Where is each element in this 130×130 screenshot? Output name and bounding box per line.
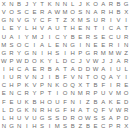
grid-cell-r15c5[interactable]: U — [31, 114, 39, 122]
grid-cell-r13c11[interactable]: I — [76, 98, 84, 106]
grid-cell-r4c3[interactable]: Y — [15, 24, 23, 32]
grid-cell-r7c3[interactable]: Y — [15, 49, 23, 57]
grid-cell-r6c12[interactable]: N — [84, 41, 92, 49]
grid-cell-r3c6[interactable]: C — [38, 16, 46, 24]
grid-cell-r11c13[interactable]: B — [92, 81, 100, 89]
grid-cell-r3c13[interactable]: U — [92, 16, 100, 24]
grid-cell-r8c6[interactable]: K — [38, 57, 46, 65]
grid-cell-r15c6[interactable]: G — [38, 114, 46, 122]
grid-cell-r8c15[interactable]: J — [107, 57, 115, 65]
grid-cell-r8c16[interactable]: A — [115, 57, 123, 65]
grid-cell-r10c17[interactable]: I — [122, 73, 130, 81]
grid-cell-r2c2[interactable]: O — [8, 8, 16, 16]
grid-cell-r3c5[interactable]: Y — [31, 16, 39, 24]
grid-cell-r16c11[interactable]: Z — [76, 122, 84, 130]
grid-cell-r11c16[interactable]: R — [115, 81, 123, 89]
grid-cell-r9c2[interactable]: H — [8, 65, 16, 73]
grid-cell-r8c14[interactable]: J — [99, 57, 107, 65]
grid-cell-r7c12[interactable]: G — [84, 49, 92, 57]
grid-cell-r8c2[interactable]: P — [8, 57, 16, 65]
grid-cell-r11c17[interactable]: E — [122, 81, 130, 89]
grid-cell-r8c12[interactable]: V — [84, 57, 92, 65]
grid-cell-r9c16[interactable]: U — [115, 65, 123, 73]
grid-cell-r3c14[interactable]: R — [99, 16, 107, 24]
grid-cell-r6c6[interactable]: A — [38, 41, 46, 49]
grid-cell-r5c8[interactable]: C — [54, 33, 62, 41]
grid-cell-r9c4[interactable]: A — [23, 65, 31, 73]
grid-cell-r6c14[interactable]: E — [99, 41, 107, 49]
grid-cell-r7c4[interactable]: G — [23, 49, 31, 57]
grid-cell-r6c7[interactable]: L — [46, 41, 54, 49]
grid-cell-r5c1[interactable]: U — [0, 33, 8, 41]
grid-cell-r3c12[interactable]: S — [84, 16, 92, 24]
grid-cell-r12c14[interactable]: U — [99, 89, 107, 97]
grid-cell-r6c16[interactable]: I — [115, 41, 123, 49]
grid-cell-r4c15[interactable]: C — [107, 24, 115, 32]
grid-cell-r7c2[interactable]: R — [8, 49, 16, 57]
grid-cell-r3c11[interactable]: M — [76, 16, 84, 24]
grid-cell-r13c10[interactable]: N — [69, 98, 77, 106]
grid-cell-r3c7[interactable]: F — [46, 16, 54, 24]
grid-cell-r15c16[interactable]: P — [115, 114, 123, 122]
grid-cell-r13c14[interactable]: A — [99, 98, 107, 106]
grid-cell-r12c3[interactable]: C — [15, 89, 23, 97]
grid-cell-r2c11[interactable]: S — [76, 8, 84, 16]
grid-cell-r3c10[interactable]: X — [69, 16, 77, 24]
grid-cell-r10c11[interactable]: N — [76, 73, 84, 81]
grid-cell-r1c11[interactable]: J — [76, 0, 84, 8]
grid-cell-r12c1[interactable]: E — [0, 89, 8, 97]
grid-cell-r14c5[interactable]: N — [31, 106, 39, 114]
grid-cell-r15c1[interactable]: L — [0, 114, 8, 122]
grid-cell-r15c4[interactable]: V — [23, 114, 31, 122]
grid-cell-r12c16[interactable]: M — [115, 89, 123, 97]
grid-cell-r5c12[interactable]: R — [84, 33, 92, 41]
grid-cell-r2c14[interactable]: R — [99, 8, 107, 16]
grid-cell-r1c5[interactable]: Y — [31, 0, 39, 8]
grid-cell-r15c11[interactable]: O — [76, 114, 84, 122]
grid-cell-r2c9[interactable]: M — [61, 8, 69, 16]
grid-cell-r3c9[interactable]: Z — [61, 16, 69, 24]
word-search-grid: XNBJYTKNNLJKOARBGVOSCERAWMOSNARHBXGNVGYC… — [0, 0, 130, 130]
grid-cell-r15c7[interactable]: S — [46, 114, 54, 122]
grid-cell-r2c6[interactable]: R — [38, 8, 46, 16]
grid-cell-r1c9[interactable]: N — [61, 0, 69, 8]
grid-cell-r13c13[interactable]: B — [92, 98, 100, 106]
grid-cell-r8c11[interactable]: J — [76, 57, 84, 65]
grid-cell-r5c7[interactable]: I — [46, 33, 54, 41]
grid-cell-r15c2[interactable]: H — [8, 114, 16, 122]
grid-cell-r14c14[interactable]: F — [99, 106, 107, 114]
grid-cell-r2c8[interactable]: W — [54, 8, 62, 16]
grid-cell-r7c1[interactable]: G — [0, 49, 8, 57]
grid-cell-r16c9[interactable]: S — [61, 122, 69, 130]
grid-cell-r13c2[interactable]: E — [8, 98, 16, 106]
grid-cell-r6c8[interactable]: E — [54, 41, 62, 49]
grid-cell-r8c17[interactable]: R — [122, 57, 130, 65]
grid-cell-r13c17[interactable]: D — [122, 98, 130, 106]
grid-cell-r12c2[interactable]: N — [8, 89, 16, 97]
grid-cell-r16c5[interactable]: H — [31, 122, 39, 130]
grid-cell-r1c10[interactable]: L — [69, 0, 77, 8]
grid-cell-r16c13[interactable]: E — [92, 122, 100, 130]
grid-cell-r15c14[interactable]: S — [99, 114, 107, 122]
grid-cell-r2c1[interactable]: V — [0, 8, 8, 16]
grid-cell-r16c14[interactable]: C — [99, 122, 107, 130]
grid-cell-r11c9[interactable]: O — [61, 81, 69, 89]
grid-cell-r10c14[interactable]: Q — [99, 73, 107, 81]
grid-cell-r4c7[interactable]: A — [46, 24, 54, 32]
grid-cell-r7c8[interactable]: S — [54, 49, 62, 57]
grid-cell-r7c9[interactable]: I — [61, 49, 69, 57]
grid-cell-r3c15[interactable]: I — [107, 16, 115, 24]
grid-cell-r6c3[interactable]: O — [15, 41, 23, 49]
grid-cell-r2c15[interactable]: H — [107, 8, 115, 16]
grid-cell-r10c1[interactable]: I — [0, 73, 8, 81]
grid-cell-r12c7[interactable]: T — [46, 89, 54, 97]
grid-cell-r8c1[interactable]: W — [0, 57, 8, 65]
grid-cell-r10c3[interactable]: R — [15, 73, 23, 81]
grid-cell-r10c13[interactable]: O — [92, 73, 100, 81]
grid-cell-r15c13[interactable]: S — [92, 114, 100, 122]
grid-cell-r12c6[interactable]: P — [38, 89, 46, 97]
grid-cell-r8c4[interactable]: D — [23, 57, 31, 65]
grid-cell-r10c7[interactable]: I — [46, 73, 54, 81]
grid-cell-r12c9[interactable]: O — [61, 89, 69, 97]
grid-cell-r14c10[interactable]: H — [69, 106, 77, 114]
grid-cell-r10c10[interactable]: V — [69, 73, 77, 81]
grid-cell-r9c17[interactable]: L — [122, 65, 130, 73]
grid-cell-r9c9[interactable]: T — [61, 65, 69, 73]
grid-cell-r14c9[interactable]: F — [61, 106, 69, 114]
grid-cell-r16c3[interactable]: N — [15, 122, 23, 130]
grid-cell-r13c3[interactable]: U — [15, 98, 23, 106]
grid-cell-r5c13[interactable]: S — [92, 33, 100, 41]
grid-cell-r12c13[interactable]: P — [92, 89, 100, 97]
grid-cell-r11c6[interactable]: P — [38, 81, 46, 89]
grid-cell-r11c3[interactable]: P — [15, 81, 23, 89]
grid-cell-r2c16[interactable]: B — [115, 8, 123, 16]
grid-cell-r13c1[interactable]: F — [0, 98, 8, 106]
grid-cell-r8c3[interactable]: W — [15, 57, 23, 65]
grid-cell-r5c3[interactable]: I — [15, 33, 23, 41]
grid-cell-r9c13[interactable]: W — [92, 65, 100, 73]
grid-cell-r7c6[interactable]: I — [38, 49, 46, 57]
grid-cell-r5c6[interactable]: J — [38, 33, 46, 41]
grid-cell-r8c5[interactable]: O — [31, 57, 39, 65]
grid-cell-r13c9[interactable]: F — [61, 98, 69, 106]
grid-cell-r6c5[interactable]: I — [31, 41, 39, 49]
grid-cell-r4c1[interactable]: L — [0, 24, 8, 32]
grid-cell-r4c13[interactable]: T — [92, 24, 100, 32]
grid-cell-r4c9[interactable]: T — [61, 24, 69, 32]
grid-cell-r8c13[interactable]: W — [92, 57, 100, 65]
grid-cell-r2c12[interactable]: N — [84, 8, 92, 16]
grid-cell-r13c5[interactable]: B — [31, 98, 39, 106]
grid-cell-r1c16[interactable]: B — [115, 0, 123, 8]
grid-cell-r6c1[interactable]: M — [0, 41, 8, 49]
grid-cell-r8c10[interactable]: C — [69, 57, 77, 65]
grid-cell-r6c17[interactable]: N — [122, 41, 130, 49]
grid-cell-r4c6[interactable]: V — [38, 24, 46, 32]
grid-cell-r12c12[interactable]: R — [84, 89, 92, 97]
grid-cell-r10c8[interactable]: B — [54, 73, 62, 81]
grid-cell-r14c6[interactable]: R — [38, 106, 46, 114]
grid-cell-r13c7[interactable]: O — [46, 98, 54, 106]
grid-cell-r7c5[interactable]: N — [31, 49, 39, 57]
grid-cell-r6c13[interactable]: E — [92, 41, 100, 49]
grid-cell-r8c9[interactable]: D — [61, 57, 69, 65]
grid-cell-r4c10[interactable]: H — [69, 24, 77, 32]
grid-cell-r11c2[interactable]: H — [8, 81, 16, 89]
grid-cell-r16c2[interactable]: G — [8, 122, 16, 130]
grid-cell-r9c7[interactable]: B — [46, 65, 54, 73]
grid-cell-r11c8[interactable]: K — [54, 81, 62, 89]
grid-cell-r16c16[interactable]: R — [115, 122, 123, 130]
grid-cell-r13c6[interactable]: H — [38, 98, 46, 106]
grid-cell-r1c6[interactable]: T — [38, 0, 46, 8]
grid-cell-r8c8[interactable]: L — [54, 57, 62, 65]
grid-cell-r9c10[interactable]: A — [69, 65, 77, 73]
grid-cell-r9c12[interactable]: D — [84, 65, 92, 73]
grid-cell-r4c16[interactable]: A — [115, 24, 123, 32]
grid-cell-r5c15[interactable]: C — [107, 33, 115, 41]
grid-cell-r11c14[interactable]: F — [99, 81, 107, 89]
grid-cell-r14c8[interactable]: G — [54, 106, 62, 114]
grid-cell-r11c11[interactable]: X — [76, 81, 84, 89]
grid-cell-r4c14[interactable]: I — [99, 24, 107, 32]
grid-cell-r15c10[interactable]: R — [69, 114, 77, 122]
grid-cell-r12c17[interactable]: O — [122, 89, 130, 97]
grid-cell-r13c8[interactable]: U — [54, 98, 62, 106]
grid-cell-r14c12[interactable]: T — [84, 106, 92, 114]
grid-cell-r10c2[interactable]: U — [8, 73, 16, 81]
grid-cell-r5c10[interactable]: B — [69, 33, 77, 41]
grid-cell-r12c8[interactable]: I — [54, 89, 62, 97]
grid-cell-r16c1[interactable]: N — [0, 122, 8, 130]
grid-cell-r9c11[interactable]: D — [76, 65, 84, 73]
grid-cell-r12c15[interactable]: V — [107, 89, 115, 97]
grid-cell-r15c12[interactable]: W — [84, 114, 92, 122]
grid-cell-r7c14[interactable]: M — [99, 49, 107, 57]
grid-cell-r3c17[interactable]: I — [122, 16, 130, 24]
grid-cell-r14c17[interactable]: R — [122, 106, 130, 114]
grid-cell-r2c3[interactable]: S — [15, 8, 23, 16]
grid-cell-r13c4[interactable]: K — [23, 98, 31, 106]
grid-cell-r12c11[interactable]: M — [76, 89, 84, 97]
grid-cell-r15c8[interactable]: S — [54, 114, 62, 122]
grid-cell-r3c2[interactable]: N — [8, 16, 16, 24]
grid-cell-r11c7[interactable]: N — [46, 81, 54, 89]
grid-cell-r7c13[interactable]: R — [92, 49, 100, 57]
grid-cell-r14c11[interactable]: A — [76, 106, 84, 114]
grid-cell-r2c10[interactable]: O — [69, 8, 77, 16]
grid-cell-r1c3[interactable]: B — [15, 0, 23, 8]
grid-cell-r10c9[interactable]: F — [61, 73, 69, 81]
grid-cell-r1c8[interactable]: N — [54, 0, 62, 8]
grid-cell-r1c1[interactable]: X — [0, 0, 8, 8]
grid-cell-r14c1[interactable]: L — [0, 106, 8, 114]
grid-cell-r4c12[interactable]: N — [84, 24, 92, 32]
grid-cell-r3c8[interactable]: T — [54, 16, 62, 24]
grid-cell-r3c4[interactable]: G — [23, 16, 31, 24]
grid-cell-r3c1[interactable]: G — [0, 16, 8, 24]
grid-cell-r14c4[interactable]: K — [23, 106, 31, 114]
grid-cell-r4c5[interactable]: H — [31, 24, 39, 32]
grid-cell-r4c2[interactable]: E — [8, 24, 16, 32]
grid-cell-r7c16[interactable]: W — [115, 49, 123, 57]
grid-cell-r12c4[interactable]: R — [23, 89, 31, 97]
grid-cell-r5c17[interactable]: R — [122, 33, 130, 41]
grid-cell-r2c5[interactable]: E — [31, 8, 39, 16]
grid-cell-r3c16[interactable]: V — [115, 16, 123, 24]
grid-cell-r1c12[interactable]: K — [84, 0, 92, 8]
grid-cell-r10c16[interactable]: Y — [115, 73, 123, 81]
grid-cell-r14c16[interactable]: W — [115, 106, 123, 114]
grid-cell-r6c10[interactable]: G — [69, 41, 77, 49]
grid-cell-r14c7[interactable]: H — [46, 106, 54, 114]
grid-cell-r12c10[interactable]: N — [69, 89, 77, 97]
grid-cell-r5c11[interactable]: E — [76, 33, 84, 41]
grid-cell-r7c11[interactable]: P — [76, 49, 84, 57]
grid-cell-r1c7[interactable]: K — [46, 0, 54, 8]
grid-cell-r13c16[interactable]: E — [115, 98, 123, 106]
grid-cell-r10c6[interactable]: J — [38, 73, 46, 81]
grid-cell-r2c13[interactable]: A — [92, 8, 100, 16]
grid-cell-r5c16[interactable]: U — [115, 33, 123, 41]
grid-cell-r15c3[interactable]: U — [15, 114, 23, 122]
grid-cell-r9c1[interactable]: I — [0, 65, 8, 73]
grid-cell-r13c12[interactable]: Z — [84, 98, 92, 106]
grid-cell-r9c8[interactable]: A — [54, 65, 62, 73]
grid-cell-r1c2[interactable]: N — [8, 0, 16, 8]
grid-cell-r2c7[interactable]: A — [46, 8, 54, 16]
grid-cell-r11c5[interactable]: V — [31, 81, 39, 89]
grid-cell-r4c17[interactable]: T — [122, 24, 130, 32]
grid-cell-r13c15[interactable]: K — [107, 98, 115, 106]
grid-cell-r16c15[interactable]: P — [107, 122, 115, 130]
grid-cell-r3c3[interactable]: V — [15, 16, 23, 24]
grid-cell-r16c12[interactable]: B — [84, 122, 92, 130]
grid-cell-r14c3[interactable]: G — [15, 106, 23, 114]
grid-cell-r12c5[interactable]: Y — [31, 89, 39, 97]
grid-cell-r10c15[interactable]: A — [107, 73, 115, 81]
grid-cell-r6c4[interactable]: C — [23, 41, 31, 49]
grid-cell-r1c15[interactable]: R — [107, 0, 115, 8]
grid-cell-r11c12[interactable]: T — [84, 81, 92, 89]
grid-cell-r2c4[interactable]: C — [23, 8, 31, 16]
grid-cell-r9c15[interactable]: I — [107, 65, 115, 73]
grid-cell-r6c15[interactable]: R — [107, 41, 115, 49]
grid-cell-r5c14[interactable]: E — [99, 33, 107, 41]
grid-cell-r16c4[interactable]: I — [23, 122, 31, 130]
grid-cell-r4c4[interactable]: L — [23, 24, 31, 32]
grid-cell-r11c1[interactable]: C — [0, 81, 8, 89]
grid-cell-r7c7[interactable]: H — [46, 49, 54, 57]
grid-cell-r6c11[interactable]: I — [76, 41, 84, 49]
grid-cell-r7c10[interactable]: H — [69, 49, 77, 57]
grid-cell-r5c5[interactable]: M — [31, 33, 39, 41]
grid-cell-r11c15[interactable]: I — [107, 81, 115, 89]
grid-cell-r15c9[interactable]: D — [61, 114, 69, 122]
grid-cell-r6c9[interactable]: N — [61, 41, 69, 49]
grid-cell-r7c17[interactable]: Z — [122, 49, 130, 57]
grid-cell-r5c4[interactable]: Y — [23, 33, 31, 41]
grid-cell-r1c4[interactable]: J — [23, 0, 31, 8]
grid-cell-r15c15[interactable]: A — [107, 114, 115, 122]
grid-cell-r10c4[interactable]: V — [23, 73, 31, 81]
grid-cell-r16c7[interactable]: I — [46, 122, 54, 130]
grid-cell-r9c3[interactable]: C — [15, 65, 23, 73]
grid-cell-r7c15[interactable]: M — [107, 49, 115, 57]
grid-cell-r4c11[interactable]: E — [76, 24, 84, 32]
grid-cell-r10c5[interactable]: N — [31, 73, 39, 81]
grid-cell-r10c12[interactable]: T — [84, 73, 92, 81]
grid-cell-r1c14[interactable]: A — [99, 0, 107, 8]
grid-cell-r14c15[interactable]: V — [107, 106, 115, 114]
grid-cell-r6c2[interactable]: S — [8, 41, 16, 49]
grid-cell-r16c6[interactable]: S — [38, 122, 46, 130]
grid-cell-r9c5[interactable]: E — [31, 65, 39, 73]
grid-cell-r11c10[interactable]: Q — [69, 81, 77, 89]
grid-cell-r1c13[interactable]: O — [92, 0, 100, 8]
grid-cell-r11c4[interactable]: K — [23, 81, 31, 89]
grid-cell-r8c7[interactable]: Y — [46, 57, 54, 65]
grid-cell-r16c17[interactable]: X — [122, 122, 130, 130]
grid-cell-r4c8[interactable]: U — [54, 24, 62, 32]
grid-cell-r5c2[interactable]: A — [8, 33, 16, 41]
grid-cell-r16c10[interactable]: B — [69, 122, 77, 130]
grid-cell-r16c8[interactable]: M — [54, 122, 62, 130]
grid-cell-r14c13[interactable]: Q — [92, 106, 100, 114]
grid-cell-r5c9[interactable]: Y — [61, 33, 69, 41]
grid-cell-r9c14[interactable]: A — [99, 65, 107, 73]
grid-cell-r14c2[interactable]: D — [8, 106, 16, 114]
grid-cell-r9c6[interactable]: R — [38, 65, 46, 73]
grid-cell-r15c17[interactable]: D — [122, 114, 130, 122]
grid-cell-r2c17[interactable]: X — [122, 8, 130, 16]
grid-cell-r1c17[interactable]: G — [122, 0, 130, 8]
